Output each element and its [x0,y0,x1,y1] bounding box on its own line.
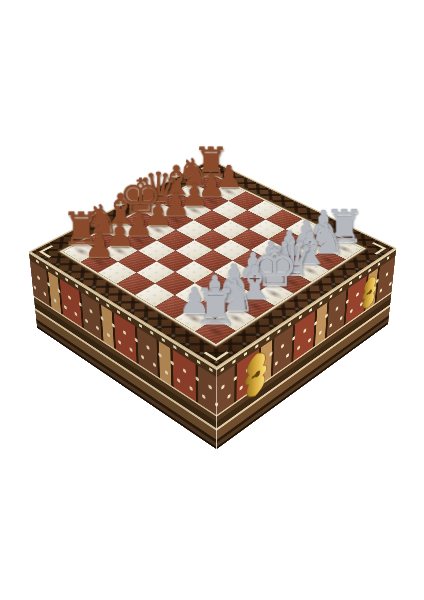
brass-clasp-side [358,268,381,317]
border-corner-inlay [364,242,387,255]
chess-box: ♜♞♝♛♚♝♞♜♟♟♟♟♟♟♟♟♟♟♟♟♟♟♟♟♜♞♝♛♚♝♞♜ [29,159,397,368]
border-corner-inlay [203,345,229,361]
white-rook-glyph: ♜ [191,281,240,331]
chess-set-product-photo: ♜♞♝♛♚♝♞♜♟♟♟♟♟♟♟♟♟♟♟♟♟♟♟♟♜♞♝♛♚♝♞♜ [0,0,424,600]
piece-white-rook: ♜ [195,318,236,344]
black-pawn-glyph: ♟ [77,228,122,261]
border-corner-inlay [39,245,62,258]
brass-clasp-front [239,339,273,410]
